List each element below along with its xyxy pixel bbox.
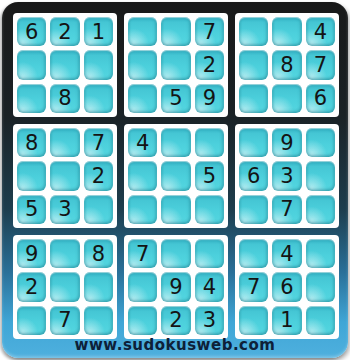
cell-r6c8[interactable]: 7 [272, 195, 301, 224]
sudoku-grid: 621872594876872534596379827794234761 [13, 13, 339, 339]
cell-r7c7[interactable] [239, 239, 268, 268]
cell-r8c9[interactable] [306, 272, 335, 301]
cell-r4c7[interactable] [239, 128, 268, 157]
cell-r9c8[interactable]: 1 [272, 306, 301, 335]
cell-r7c2[interactable] [50, 239, 79, 268]
cell-r2c1[interactable] [17, 50, 46, 79]
cell-r6c9[interactable] [306, 195, 335, 224]
footer-bar: www.sudokusweb.com [2, 335, 348, 355]
website-url[interactable]: www.sudokusweb.com [75, 336, 276, 354]
cell-r5c6[interactable]: 5 [195, 161, 224, 190]
cell-r4c1[interactable]: 8 [17, 128, 46, 157]
box-r3c3: 4761 [235, 235, 339, 339]
cell-r1c5[interactable] [161, 17, 190, 46]
box-r2c2: 45 [124, 124, 228, 228]
cell-r4c4[interactable]: 4 [128, 128, 157, 157]
cell-r1c2[interactable]: 2 [50, 17, 79, 46]
cell-r2c9[interactable]: 7 [306, 50, 335, 79]
cell-r9c5[interactable]: 2 [161, 306, 190, 335]
board-frame: 621872594876872534596379827794234761 www… [2, 2, 348, 358]
cell-r8c7[interactable]: 7 [239, 272, 268, 301]
cell-r6c3[interactable] [84, 195, 113, 224]
cell-r9c2[interactable]: 7 [50, 306, 79, 335]
cell-r5c5[interactable] [161, 161, 190, 190]
cell-r2c5[interactable] [161, 50, 190, 79]
cell-r6c5[interactable] [161, 195, 190, 224]
cell-r6c7[interactable] [239, 195, 268, 224]
cell-r7c6[interactable] [195, 239, 224, 268]
cell-r5c4[interactable] [128, 161, 157, 190]
cell-r7c4[interactable]: 7 [128, 239, 157, 268]
cell-r3c8[interactable] [272, 84, 301, 113]
box-r3c2: 79423 [124, 235, 228, 339]
cell-r7c1[interactable]: 9 [17, 239, 46, 268]
cell-r8c8[interactable]: 6 [272, 272, 301, 301]
cell-r5c8[interactable]: 3 [272, 161, 301, 190]
cell-r4c3[interactable]: 7 [84, 128, 113, 157]
cell-r5c7[interactable]: 6 [239, 161, 268, 190]
cell-r3c4[interactable] [128, 84, 157, 113]
cell-r2c2[interactable] [50, 50, 79, 79]
cell-r4c9[interactable] [306, 128, 335, 157]
cell-r3c2[interactable]: 8 [50, 84, 79, 113]
cell-r9c6[interactable]: 3 [195, 306, 224, 335]
cell-r1c3[interactable]: 1 [84, 17, 113, 46]
cell-r4c8[interactable]: 9 [272, 128, 301, 157]
cell-r4c2[interactable] [50, 128, 79, 157]
cell-r3c7[interactable] [239, 84, 268, 113]
box-r1c1: 6218 [13, 13, 117, 117]
cell-r7c5[interactable] [161, 239, 190, 268]
cell-r8c3[interactable] [84, 272, 113, 301]
box-r2c3: 9637 [235, 124, 339, 228]
cell-r1c4[interactable] [128, 17, 157, 46]
cell-r7c8[interactable]: 4 [272, 239, 301, 268]
cell-r8c1[interactable]: 2 [17, 272, 46, 301]
cell-r5c3[interactable]: 2 [84, 161, 113, 190]
box-r3c1: 9827 [13, 235, 117, 339]
cell-r9c4[interactable] [128, 306, 157, 335]
cell-r1c8[interactable] [272, 17, 301, 46]
cell-r8c6[interactable]: 4 [195, 272, 224, 301]
cell-r9c3[interactable] [84, 306, 113, 335]
cell-r3c3[interactable] [84, 84, 113, 113]
cell-r2c6[interactable]: 2 [195, 50, 224, 79]
cell-r3c9[interactable]: 6 [306, 84, 335, 113]
box-r2c1: 87253 [13, 124, 117, 228]
cell-r5c1[interactable] [17, 161, 46, 190]
cell-r7c3[interactable]: 8 [84, 239, 113, 268]
cell-r2c8[interactable]: 8 [272, 50, 301, 79]
cell-r8c4[interactable] [128, 272, 157, 301]
box-r1c2: 7259 [124, 13, 228, 117]
cell-r2c3[interactable] [84, 50, 113, 79]
cell-r6c6[interactable] [195, 195, 224, 224]
cell-r4c5[interactable] [161, 128, 190, 157]
cell-r3c6[interactable]: 9 [195, 84, 224, 113]
cell-r4c6[interactable] [195, 128, 224, 157]
cell-r6c2[interactable]: 3 [50, 195, 79, 224]
cell-r9c7[interactable] [239, 306, 268, 335]
cell-r9c9[interactable] [306, 306, 335, 335]
cell-r1c9[interactable]: 4 [306, 17, 335, 46]
cell-r6c1[interactable]: 5 [17, 195, 46, 224]
cell-r5c2[interactable] [50, 161, 79, 190]
cell-r2c4[interactable] [128, 50, 157, 79]
box-r1c3: 4876 [235, 13, 339, 117]
cell-r7c9[interactable] [306, 239, 335, 268]
cell-r8c5[interactable]: 9 [161, 272, 190, 301]
cell-r5c9[interactable] [306, 161, 335, 190]
cell-r3c5[interactable]: 5 [161, 84, 190, 113]
cell-r1c1[interactable]: 6 [17, 17, 46, 46]
cell-r1c6[interactable]: 7 [195, 17, 224, 46]
cell-r3c1[interactable] [17, 84, 46, 113]
cell-r8c2[interactable] [50, 272, 79, 301]
cell-r2c7[interactable] [239, 50, 268, 79]
cell-r6c4[interactable] [128, 195, 157, 224]
cell-r1c7[interactable] [239, 17, 268, 46]
cell-r9c1[interactable] [17, 306, 46, 335]
